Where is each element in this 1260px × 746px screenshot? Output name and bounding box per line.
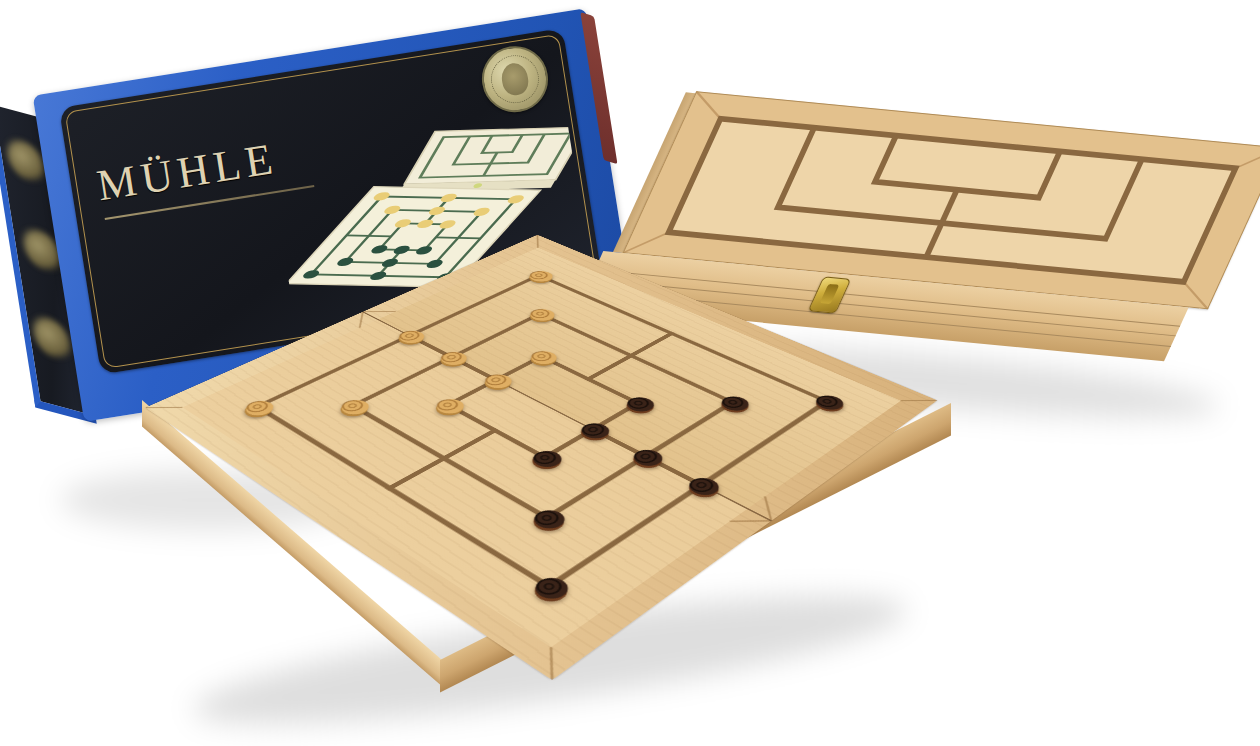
piece-dark-a1[interactable]: ● xyxy=(510,562,589,612)
boxart-folded-case xyxy=(400,127,587,192)
case-latch-plate xyxy=(820,284,840,304)
piece-light-c5[interactable]: ● xyxy=(415,388,480,423)
point-b6[interactable]: ● xyxy=(305,381,400,432)
piece-light-b6[interactable]: ● xyxy=(320,389,385,424)
piece-light-g7[interactable]: ● xyxy=(511,263,566,288)
product-photo-stage: MÜHLE xyxy=(0,0,1260,746)
piece-light-d6[interactable]: ● xyxy=(421,342,483,373)
piece-light-f6[interactable]: ● xyxy=(511,300,569,328)
box-side-art-blob xyxy=(31,313,73,362)
piece-dark-d1[interactable]: ● xyxy=(666,465,737,506)
point-b2[interactable]: ● xyxy=(493,487,600,551)
point-f2[interactable]: ● xyxy=(685,378,780,428)
piece-dark-e3[interactable]: ● xyxy=(605,386,670,420)
piece-dark-g1[interactable]: ● xyxy=(795,385,860,419)
piece-dark-d3[interactable]: ● xyxy=(559,412,626,449)
piece-light-d7[interactable]: ● xyxy=(379,321,439,350)
piece-light-a7[interactable]: ● xyxy=(225,390,290,425)
piece-dark-d2[interactable]: ● xyxy=(611,437,680,476)
piece-light-e5[interactable]: ● xyxy=(511,341,573,372)
point-f6[interactable]: ● xyxy=(497,294,582,334)
piece-light-d5[interactable]: ● xyxy=(464,364,527,397)
case-brass-latch xyxy=(808,276,852,313)
piece-dark-c3[interactable]: ● xyxy=(510,438,579,477)
piece-dark-b2[interactable]: ● xyxy=(510,496,583,540)
piece-dark-f2[interactable]: ● xyxy=(700,385,765,419)
